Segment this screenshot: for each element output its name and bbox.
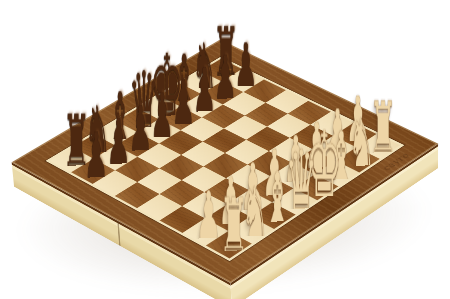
black-pawn[interactable]: ♟: [84, 124, 103, 188]
black-pawn[interactable]: ♟: [150, 85, 169, 148]
black-pawn[interactable]: ♟: [128, 98, 147, 161]
white-rook[interactable]: ♜: [219, 188, 239, 264]
chess-board[interactable]: ♜♞♝♛♚♝♞♜♟♟♟♟♟♟♟♟♟♟♟♟♟♟♟♟♜♞♝♛♚♝♞♜ cayro: [12, 40, 439, 283]
perspective-scene: ♜♞♝♛♚♝♞♜♟♟♟♟♟♟♟♟♟♟♟♟♟♟♟♟♜♞♝♛♚♝♞♜ cayro: [0, 0, 450, 299]
black-rook[interactable]: ♜: [62, 106, 81, 179]
photo-stage: ♜♞♝♛♚♝♞♜♟♟♟♟♟♟♟♟♟♟♟♟♟♟♟♟♜♞♝♛♚♝♞♜ cayro: [0, 0, 450, 299]
fold-seam: [117, 221, 120, 247]
